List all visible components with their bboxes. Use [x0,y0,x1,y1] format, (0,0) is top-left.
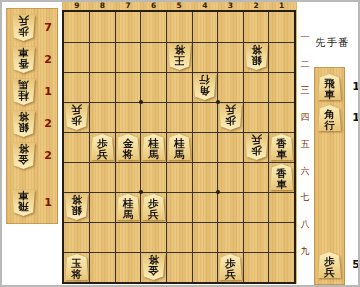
sente-fuhyo-pawn[interactable]: 歩兵 [318,252,341,278]
grid-line-horizontal [64,222,294,223]
gote-fuhyo-pawn[interactable]: 歩兵 [219,104,242,130]
gote-hisha-rook[interactable]: 飛車 [12,190,35,216]
piece-face: 金将 [12,143,35,169]
grid-line-horizontal [64,252,294,253]
sente-keima-knight[interactable]: 桂馬 [142,134,165,160]
piece-face: 銀将 [245,44,268,70]
file-label-1: 1 [269,2,295,10]
turn-indicator: 先手番 [315,36,360,50]
gote-ginsho-silver[interactable]: 銀将 [245,44,268,70]
gote-ginsho-silver[interactable]: 銀将 [12,111,35,137]
piece-face: 香車 [270,134,293,160]
piece-face: 桂馬 [12,79,35,105]
piece-face: 香車 [12,47,35,73]
rank-label-5: 五 [298,139,312,149]
gote-fuhyo-pawn[interactable]: 歩兵 [12,15,35,41]
piece-face: 歩兵 [12,15,35,41]
gote-hand-count-hisha-rook: 1 [40,197,56,209]
piece-face: 桂馬 [168,134,191,160]
piece-face: 玉将 [65,254,88,280]
board-grid[interactable]: 王将銀将角行歩兵歩兵歩兵金将桂馬桂馬歩兵香車香車銀将桂馬歩兵玉将金将歩兵 [62,10,296,284]
rank-label-3: 三 [298,85,312,95]
file-label-3: 3 [218,2,244,10]
file-label-2: 2 [243,2,269,10]
sente-fuhyo-pawn[interactable]: 歩兵 [219,254,242,280]
file-label-9: 9 [64,2,90,10]
sente-hand-count-hisha-rook: 1 [348,81,360,93]
grid-line-horizontal [64,192,294,193]
gote-osho-king[interactable]: 王将 [168,44,191,70]
piece-face: 飛車 [318,74,341,100]
rank-coordinates: 一二三四五六七八九 [298,2,312,287]
grid-line-horizontal [64,102,294,103]
grid-line-horizontal [64,162,294,163]
gote-hand-count-kyosha-lance: 2 [40,54,56,66]
piece-face: 角行 [318,105,341,131]
sente-keima-knight[interactable]: 桂馬 [117,194,140,220]
piece-face: 桂馬 [117,194,140,220]
piece-face: 香車 [270,164,293,190]
rank-label-8: 八 [298,219,312,229]
file-label-5: 5 [166,2,192,10]
file-label-6: 6 [141,2,167,10]
gote-ginsho-silver[interactable]: 銀将 [65,194,88,220]
sente-kyosha-lance[interactable]: 香車 [270,164,293,190]
gote-fuhyo-pawn[interactable]: 歩兵 [245,134,268,160]
gote-hand-tray: 歩兵7香車2桂馬1銀将2金将2飛車1 [6,8,58,224]
piece-face: 歩兵 [142,194,165,220]
file-label-8: 8 [90,2,116,10]
file-coordinates: 987654321 [62,2,297,10]
gote-hand-count-fuhyo-pawn: 7 [40,22,56,34]
grid-line-horizontal [64,72,294,73]
piece-face: 歩兵 [219,104,242,130]
piece-face: 歩兵 [245,134,268,160]
piece-face: 角行 [193,74,216,100]
shogi-board: 987654321 王将銀将角行歩兵歩兵歩兵金将桂馬桂馬歩兵香車香車銀将桂馬歩兵… [62,2,297,284]
piece-face: 歩兵 [318,252,341,278]
grid-line-vertical [217,12,218,282]
piece-face: 歩兵 [65,104,88,130]
piece-face: 金将 [142,254,165,280]
sente-fuhyo-pawn[interactable]: 歩兵 [142,194,165,220]
gote-keima-knight[interactable]: 桂馬 [12,79,35,105]
rank-label-1: 一 [298,32,312,42]
piece-face: 歩兵 [91,134,114,160]
shogi-position-viewer: 歩兵7香車2桂馬1銀将2金将2飛車1 987654321 王将銀将角行歩兵歩兵歩… [0,0,360,287]
rank-label-6: 六 [298,166,312,176]
sente-fuhyo-pawn[interactable]: 歩兵 [91,134,114,160]
sente-keima-knight[interactable]: 桂馬 [168,134,191,160]
sente-hisha-rook[interactable]: 飛車 [318,74,341,100]
piece-face: 王将 [168,44,191,70]
grid-line-vertical [192,12,193,282]
rank-label-7: 七 [298,192,312,202]
file-label-7: 7 [115,2,141,10]
piece-face: 金将 [117,134,140,160]
star-point [139,100,143,104]
gote-kinsho-gold[interactable]: 金将 [12,143,35,169]
gote-kyosha-lance[interactable]: 香車 [12,47,35,73]
gote-hand-count-ginsho-silver: 2 [40,118,56,130]
grid-line-horizontal [64,132,294,133]
piece-face: 飛車 [12,190,35,216]
gote-fuhyo-pawn[interactable]: 歩兵 [65,104,88,130]
piece-face: 銀将 [65,194,88,220]
gote-kinsho-gold[interactable]: 金将 [142,254,165,280]
sente-gyokusho-king[interactable]: 玉将 [65,254,88,280]
star-point [216,190,220,194]
gote-hand-count-kinsho-gold: 2 [40,150,56,162]
sente-hand-count-kakugyo-bishop: 1 [348,112,360,124]
rank-label-4: 四 [298,112,312,122]
sente-hand-region: 飛車1角行1歩兵5 [314,67,360,285]
gote-kakugyo-bishop[interactable]: 角行 [193,74,216,100]
piece-face: 桂馬 [142,134,165,160]
piece-face: 銀将 [12,111,35,137]
piece-face: 歩兵 [219,254,242,280]
sente-hand-count-fuhyo-pawn: 5 [348,259,360,271]
sente-kyosha-lance[interactable]: 香車 [270,134,293,160]
sente-kakugyo-bishop[interactable]: 角行 [318,105,341,131]
gote-hand-count-keima-knight: 1 [40,86,56,98]
rank-label-2: 二 [298,59,312,69]
file-label-4: 4 [192,2,218,10]
sente-kinsho-gold[interactable]: 金将 [117,134,140,160]
grid-line-horizontal [64,42,294,43]
rank-label-9: 九 [298,246,312,256]
